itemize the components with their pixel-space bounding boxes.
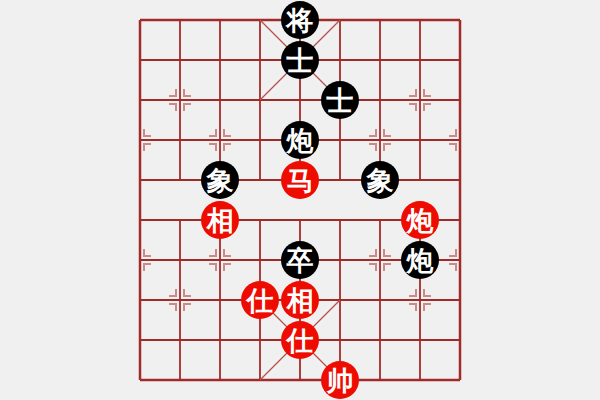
piece-black-general[interactable]: 将 xyxy=(281,1,319,39)
piece-red-advisor[interactable]: 仕 xyxy=(281,321,319,359)
piece-red-general[interactable]: 帅 xyxy=(321,361,359,399)
pieces-grid: 将士士炮象马象相炮卒炮仕相仕帅 xyxy=(120,0,480,400)
piece-black-advisor[interactable]: 士 xyxy=(281,41,319,79)
piece-black-elephant[interactable]: 象 xyxy=(201,161,239,199)
xiangqi-board: 将士士炮象马象相炮卒炮仕相仕帅 xyxy=(0,0,600,400)
piece-black-cannon[interactable]: 炮 xyxy=(401,241,439,279)
piece-red-cannon[interactable]: 炮 xyxy=(401,201,439,239)
piece-red-elephant[interactable]: 相 xyxy=(281,281,319,319)
piece-black-cannon[interactable]: 炮 xyxy=(281,121,319,159)
piece-black-elephant[interactable]: 象 xyxy=(361,161,399,199)
piece-black-advisor[interactable]: 士 xyxy=(321,81,359,119)
piece-black-pawn[interactable]: 卒 xyxy=(281,241,319,279)
piece-red-elephant[interactable]: 相 xyxy=(201,201,239,239)
piece-red-horse[interactable]: 马 xyxy=(281,161,319,199)
piece-red-advisor[interactable]: 仕 xyxy=(241,281,279,319)
